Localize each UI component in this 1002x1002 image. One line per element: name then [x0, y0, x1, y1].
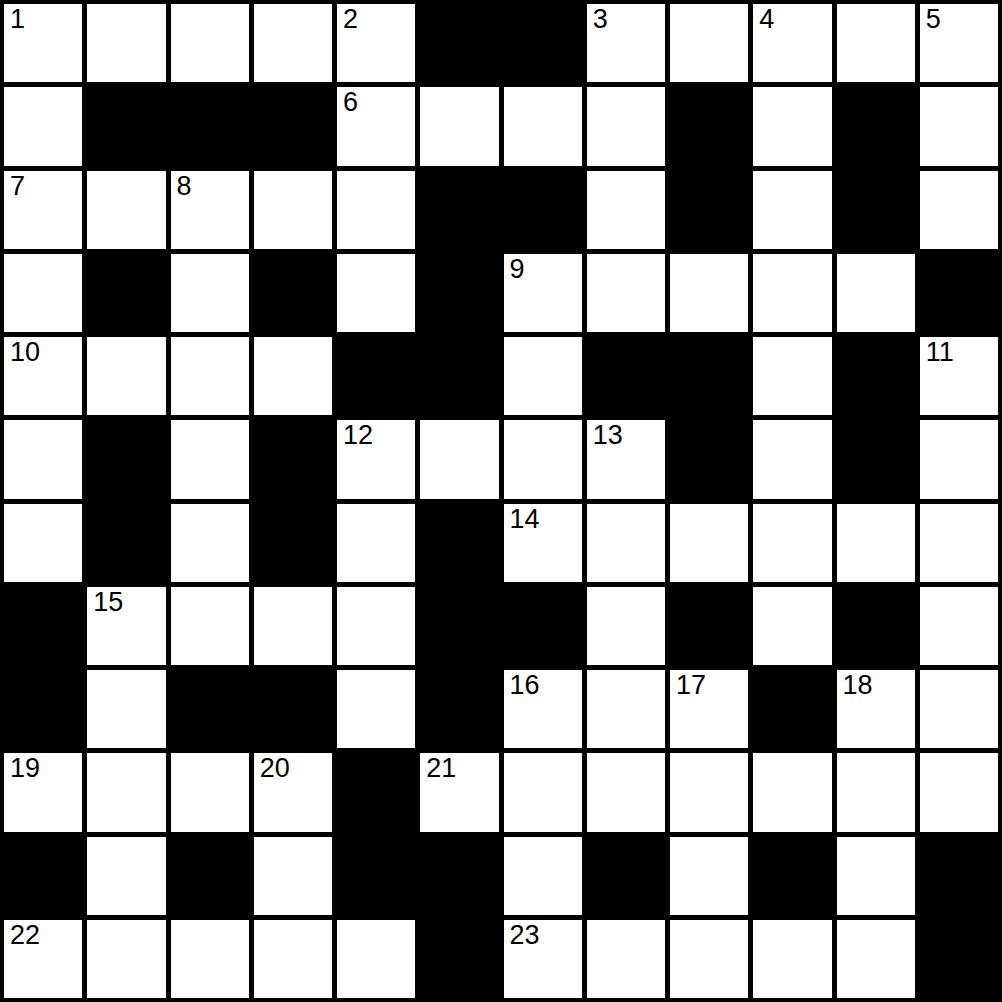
cell-r5c11[interactable]: [920, 420, 998, 498]
cell-r6c10[interactable]: [837, 504, 915, 582]
block-r2c10: [837, 171, 915, 249]
cell-r2c4[interactable]: [337, 171, 415, 249]
block-r5c10: [837, 420, 915, 498]
cell-r6c11[interactable]: [920, 504, 998, 582]
cell-r1c0[interactable]: [4, 87, 82, 165]
clue-number-8: 8: [177, 171, 192, 202]
block-r10c0: [4, 837, 82, 915]
cell-r8c7[interactable]: [587, 670, 665, 748]
cell-r11c10[interactable]: [837, 920, 915, 998]
block-r11c5: [420, 920, 498, 998]
clue-number-22: 22: [10, 920, 40, 951]
block-r1c10: [837, 87, 915, 165]
cell-r2c11[interactable]: [920, 171, 998, 249]
clue-number-20: 20: [260, 753, 290, 784]
block-r4c7: [587, 337, 665, 415]
block-r10c5: [420, 837, 498, 915]
block-r7c10: [837, 587, 915, 665]
cell-r3c4[interactable]: [337, 254, 415, 332]
clue-number-19: 19: [10, 753, 40, 784]
clue-number-17: 17: [676, 670, 706, 701]
cell-r9c0[interactable]: 19: [4, 753, 82, 831]
cell-r11c7[interactable]: [587, 920, 665, 998]
cell-r0c3[interactable]: [254, 4, 332, 82]
cell-r0c1[interactable]: [87, 4, 165, 82]
cell-r10c10[interactable]: [837, 837, 915, 915]
cell-r4c3[interactable]: [254, 337, 332, 415]
clue-number-16: 16: [510, 670, 540, 701]
cell-r5c0[interactable]: [4, 420, 82, 498]
cell-r1c5[interactable]: [420, 87, 498, 165]
cell-r0c7[interactable]: 3: [587, 4, 665, 82]
cell-r3c10[interactable]: [837, 254, 915, 332]
cell-r11c1[interactable]: [87, 920, 165, 998]
clue-number-1: 1: [10, 4, 25, 35]
clue-number-23: 23: [510, 920, 540, 951]
cell-r10c1[interactable]: [87, 837, 165, 915]
cell-r1c6[interactable]: [504, 87, 582, 165]
clue-number-5: 5: [926, 4, 941, 35]
block-r7c0: [4, 587, 82, 665]
block-r6c5: [420, 504, 498, 582]
cell-r9c5[interactable]: 21: [420, 753, 498, 831]
cell-r8c10[interactable]: 18: [837, 670, 915, 748]
cell-r1c9[interactable]: [753, 87, 831, 165]
cell-r9c2[interactable]: [171, 753, 249, 831]
block-r10c9: [753, 837, 831, 915]
block-r10c4: [337, 837, 415, 915]
block-r0c6: [504, 4, 582, 82]
cell-r2c1[interactable]: [87, 171, 165, 249]
clue-number-7: 7: [10, 171, 25, 202]
cell-r4c1[interactable]: [87, 337, 165, 415]
cell-r6c9[interactable]: [753, 504, 831, 582]
cell-r11c6[interactable]: 23: [504, 920, 582, 998]
cell-r7c4[interactable]: [337, 587, 415, 665]
cell-r1c11[interactable]: [920, 87, 998, 165]
clue-number-4: 4: [759, 4, 774, 35]
cell-r11c4[interactable]: [337, 920, 415, 998]
cell-r3c7[interactable]: [587, 254, 665, 332]
block-r4c4: [337, 337, 415, 415]
cell-r7c2[interactable]: [171, 587, 249, 665]
block-r10c7: [587, 837, 665, 915]
cell-r10c6[interactable]: [504, 837, 582, 915]
block-r4c8: [670, 337, 748, 415]
block-r10c11: [920, 837, 998, 915]
block-r5c3: [254, 420, 332, 498]
cell-r1c4[interactable]: 6: [337, 87, 415, 165]
block-r4c10: [837, 337, 915, 415]
cell-r5c5[interactable]: [420, 420, 498, 498]
cell-r5c6[interactable]: [504, 420, 582, 498]
cell-r9c11[interactable]: [920, 753, 998, 831]
cell-r2c3[interactable]: [254, 171, 332, 249]
clue-number-13: 13: [593, 420, 623, 451]
clue-number-12: 12: [343, 420, 373, 451]
cell-r7c7[interactable]: [587, 587, 665, 665]
cell-r8c6[interactable]: 16: [504, 670, 582, 748]
cell-r11c2[interactable]: [171, 920, 249, 998]
cell-r5c9[interactable]: [753, 420, 831, 498]
cell-r6c6[interactable]: 14: [504, 504, 582, 582]
cell-r0c9[interactable]: 4: [753, 4, 831, 82]
clue-number-21: 21: [426, 753, 456, 784]
cell-r3c0[interactable]: [4, 254, 82, 332]
block-r9c4: [337, 753, 415, 831]
cell-r4c0[interactable]: 10: [4, 337, 82, 415]
block-r1c8: [670, 87, 748, 165]
cell-r10c8[interactable]: [670, 837, 748, 915]
cell-r9c10[interactable]: [837, 753, 915, 831]
block-r3c1: [87, 254, 165, 332]
clue-number-15: 15: [93, 587, 123, 618]
cell-r5c7[interactable]: 13: [587, 420, 665, 498]
cell-r11c8[interactable]: [670, 920, 748, 998]
cell-r3c8[interactable]: [670, 254, 748, 332]
cell-r4c6[interactable]: [504, 337, 582, 415]
cell-r0c11[interactable]: 5: [920, 4, 998, 82]
cell-r8c8[interactable]: 17: [670, 670, 748, 748]
cell-r9c6[interactable]: [504, 753, 582, 831]
cell-r6c8[interactable]: [670, 504, 748, 582]
cell-r2c2[interactable]: 8: [171, 171, 249, 249]
block-r8c0: [4, 670, 82, 748]
cell-r6c0[interactable]: [4, 504, 82, 582]
cell-r9c3[interactable]: 20: [254, 753, 332, 831]
block-r2c5: [420, 171, 498, 249]
cell-r6c4[interactable]: [337, 504, 415, 582]
cell-r7c1[interactable]: 15: [87, 587, 165, 665]
crossword-board: 1234567891011121314151617181920212223: [0, 0, 1002, 1002]
cell-r4c9[interactable]: [753, 337, 831, 415]
cell-r4c11[interactable]: 11: [920, 337, 998, 415]
cell-r8c1[interactable]: [87, 670, 165, 748]
clue-number-11: 11: [926, 337, 954, 368]
clue-number-6: 6: [343, 87, 358, 118]
block-r2c8: [670, 171, 748, 249]
block-r1c1: [87, 87, 165, 165]
block-r5c8: [670, 420, 748, 498]
block-r8c5: [420, 670, 498, 748]
cell-r10c3[interactable]: [254, 837, 332, 915]
clue-number-3: 3: [593, 4, 608, 35]
block-r7c8: [670, 587, 748, 665]
block-r8c3: [254, 670, 332, 748]
cell-r2c0[interactable]: 7: [4, 171, 82, 249]
cell-r3c2[interactable]: [171, 254, 249, 332]
block-r4c5: [420, 337, 498, 415]
block-r1c3: [254, 87, 332, 165]
cell-r0c4[interactable]: 2: [337, 4, 415, 82]
block-r6c3: [254, 504, 332, 582]
block-r0c5: [420, 4, 498, 82]
block-r10c2: [171, 837, 249, 915]
cell-r0c0[interactable]: 1: [4, 4, 82, 82]
block-r5c1: [87, 420, 165, 498]
block-r3c3: [254, 254, 332, 332]
clue-number-9: 9: [510, 254, 525, 285]
cell-r11c0[interactable]: 22: [4, 920, 82, 998]
cell-r5c2[interactable]: [171, 420, 249, 498]
cell-r7c3[interactable]: [254, 587, 332, 665]
cell-r0c2[interactable]: [171, 4, 249, 82]
cell-r1c7[interactable]: [587, 87, 665, 165]
block-r8c2: [171, 670, 249, 748]
block-r8c9: [753, 670, 831, 748]
cell-r9c9[interactable]: [753, 753, 831, 831]
cell-r0c10[interactable]: [837, 4, 915, 82]
cell-r2c7[interactable]: [587, 171, 665, 249]
cell-r11c9[interactable]: [753, 920, 831, 998]
cell-r6c2[interactable]: [171, 504, 249, 582]
cell-r6c7[interactable]: [587, 504, 665, 582]
block-r3c5: [420, 254, 498, 332]
cell-r11c3[interactable]: [254, 920, 332, 998]
cell-r2c9[interactable]: [753, 171, 831, 249]
cell-r8c11[interactable]: [920, 670, 998, 748]
clue-number-10: 10: [10, 337, 40, 368]
block-r7c5: [420, 587, 498, 665]
cell-r7c9[interactable]: [753, 587, 831, 665]
cell-r3c9[interactable]: [753, 254, 831, 332]
cell-r7c11[interactable]: [920, 587, 998, 665]
block-r11c11: [920, 920, 998, 998]
clue-number-18: 18: [843, 670, 873, 701]
cell-r0c8[interactable]: [670, 4, 748, 82]
block-r2c6: [504, 171, 582, 249]
block-r1c2: [171, 87, 249, 165]
clue-number-2: 2: [343, 4, 358, 35]
cell-r3c6[interactable]: 9: [504, 254, 582, 332]
cell-r8c4[interactable]: [337, 670, 415, 748]
block-r7c6: [504, 587, 582, 665]
cell-r9c7[interactable]: [587, 753, 665, 831]
cell-r9c1[interactable]: [87, 753, 165, 831]
clue-number-14: 14: [510, 504, 540, 535]
cell-r4c2[interactable]: [171, 337, 249, 415]
block-r6c1: [87, 504, 165, 582]
block-r3c11: [920, 254, 998, 332]
cell-r5c4[interactable]: 12: [337, 420, 415, 498]
cell-r9c8[interactable]: [670, 753, 748, 831]
